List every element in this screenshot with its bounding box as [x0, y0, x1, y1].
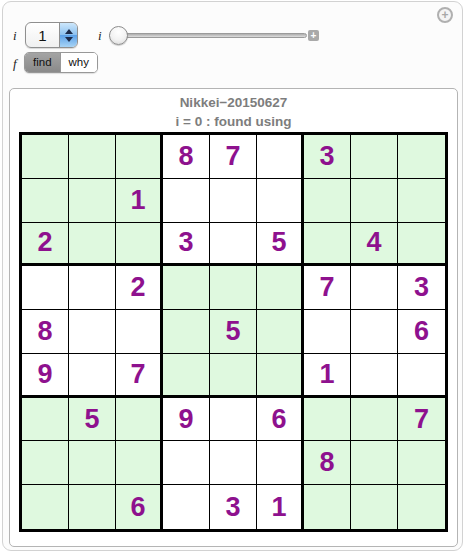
cell-r3c7: [304, 223, 351, 267]
cell-r6c7: 1: [304, 354, 351, 398]
cell-r4c2: [69, 266, 116, 310]
cell-r8c4: [163, 441, 210, 485]
cell-r2c1: [22, 179, 69, 223]
cell-r5c7: [304, 310, 351, 354]
cell-r7c4: 9: [163, 398, 210, 442]
status-line: i = 0 : found using: [10, 114, 457, 129]
cell-r2c4: [163, 179, 210, 223]
cell-r6c9: [398, 354, 445, 398]
cell-r6c6: [257, 354, 304, 398]
cell-r7c1: [22, 398, 69, 442]
cell-r4c3: 2: [116, 266, 163, 310]
cell-r6c5: [210, 354, 257, 398]
cell-r6c4: [163, 354, 210, 398]
cell-r3c3: [116, 223, 163, 267]
cell-r8c9: [398, 441, 445, 485]
cell-r5c2: [69, 310, 116, 354]
slider-variable-label: i: [98, 28, 102, 44]
stepper-down-icon[interactable]: [65, 37, 73, 42]
manipulate-frame: + i 1 i + f find why Nikkei−20150627 i =…: [2, 1, 463, 551]
toggle-why-button[interactable]: why: [60, 53, 97, 72]
cell-r1c7: 3: [304, 135, 351, 179]
cell-r1c1: [22, 135, 69, 179]
toggle-find-button[interactable]: find: [25, 53, 60, 72]
cell-r9c7: [304, 485, 351, 529]
cell-r3c4: 3: [163, 223, 210, 267]
cell-r7c8: [351, 398, 398, 442]
cell-r4c4: [163, 266, 210, 310]
cell-r5c9: 6: [398, 310, 445, 354]
cell-r2c2: [69, 179, 116, 223]
cell-r5c4: [163, 310, 210, 354]
cell-r2c9: [398, 179, 445, 223]
stepper-up-icon[interactable]: [65, 29, 73, 34]
cell-r8c8: [351, 441, 398, 485]
cell-r4c9: 3: [398, 266, 445, 310]
cell-r2c3: 1: [116, 179, 163, 223]
cell-r1c9: [398, 135, 445, 179]
cell-r5c8: [351, 310, 398, 354]
slider-expand-plus-button[interactable]: +: [308, 30, 319, 41]
cell-r4c7: 7: [304, 266, 351, 310]
cell-r7c6: 6: [257, 398, 304, 442]
cell-r9c5: 3: [210, 485, 257, 529]
cell-r3c5: [210, 223, 257, 267]
cell-r8c7: 8: [304, 441, 351, 485]
cell-r1c2: [69, 135, 116, 179]
cell-r2c8: [351, 179, 398, 223]
cell-r3c6: 5: [257, 223, 304, 267]
manipulate-expand-plus-button[interactable]: +: [437, 7, 453, 23]
cell-r9c1: [22, 485, 69, 529]
cell-r4c5: [210, 266, 257, 310]
cell-r2c6: [257, 179, 304, 223]
sudoku-board: 8731235427385697159678631: [19, 132, 448, 532]
cell-r5c5: 5: [210, 310, 257, 354]
cell-r9c4: [163, 485, 210, 529]
cell-r5c3: [116, 310, 163, 354]
cell-r8c3: [116, 441, 163, 485]
cell-r8c2: [69, 441, 116, 485]
cell-r8c1: [22, 441, 69, 485]
cell-r2c7: [304, 179, 351, 223]
stepper-value: 1: [26, 23, 59, 47]
cell-r7c5: [210, 398, 257, 442]
cell-r6c8: [351, 354, 398, 398]
cell-r1c4: 8: [163, 135, 210, 179]
cell-r8c6: [257, 441, 304, 485]
cell-r9c9: [398, 485, 445, 529]
cell-r3c8: 4: [351, 223, 398, 267]
cell-r7c9: 7: [398, 398, 445, 442]
cell-r1c6: [257, 135, 304, 179]
cell-r6c2: [69, 354, 116, 398]
cell-r3c1: 2: [22, 223, 69, 267]
cell-r2c5: [210, 179, 257, 223]
cell-r7c2: 5: [69, 398, 116, 442]
cell-r9c6: 1: [257, 485, 304, 529]
cell-r7c3: [116, 398, 163, 442]
cell-r8c5: [210, 441, 257, 485]
i-value-stepper[interactable]: 1: [25, 22, 78, 48]
toggle-variable-label: f: [13, 56, 17, 72]
cell-r4c6: [257, 266, 304, 310]
slider-track[interactable]: [109, 33, 307, 38]
cell-r1c5: 7: [210, 135, 257, 179]
cell-r4c1: [22, 266, 69, 310]
f-toggle-group: find why: [24, 52, 98, 73]
cell-r3c9: [398, 223, 445, 267]
stepper-variable-label: i: [13, 28, 17, 44]
cell-r9c2: [69, 485, 116, 529]
cell-r9c8: [351, 485, 398, 529]
cell-r3c2: [69, 223, 116, 267]
slider-thumb[interactable]: [109, 26, 128, 45]
puzzle-title: Nikkei−20150627: [10, 95, 457, 110]
cell-r1c8: [351, 135, 398, 179]
cell-r7c7: [304, 398, 351, 442]
cell-r5c6: [257, 310, 304, 354]
cell-r6c1: 9: [22, 354, 69, 398]
cell-r1c3: [116, 135, 163, 179]
cell-r6c3: 7: [116, 354, 163, 398]
stepper-arrows-icon[interactable]: [59, 23, 77, 47]
display-panel: Nikkei−20150627 i = 0 : found using 8731…: [9, 88, 458, 547]
i-slider[interactable]: [109, 25, 309, 45]
cell-r9c3: 6: [116, 485, 163, 529]
cell-r4c8: [351, 266, 398, 310]
cell-r5c1: 8: [22, 310, 69, 354]
